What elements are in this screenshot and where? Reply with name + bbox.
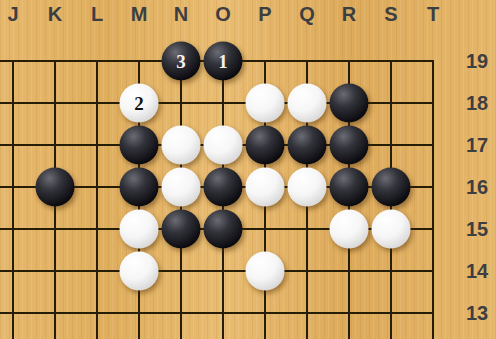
move-number-label: 3 (176, 52, 186, 71)
stone-white-p16[interactable] (246, 168, 285, 207)
row-label-19: 19 (466, 50, 488, 73)
column-label-q: Q (299, 3, 315, 26)
stone-black-m16[interactable] (120, 168, 159, 207)
stone-black-n19[interactable]: 3 (162, 42, 201, 81)
grid-line-row-14 (0, 270, 434, 272)
stone-white-n17[interactable] (162, 126, 201, 165)
column-label-s: S (384, 3, 397, 26)
stone-white-q16[interactable] (288, 168, 327, 207)
stone-white-q18[interactable] (288, 84, 327, 123)
column-label-n: N (174, 3, 188, 26)
move-number-label: 1 (218, 52, 228, 71)
stone-black-q17[interactable] (288, 126, 327, 165)
row-label-17: 17 (466, 134, 488, 157)
stone-white-m15[interactable] (120, 210, 159, 249)
stone-black-n15[interactable] (162, 210, 201, 249)
stone-white-r15[interactable] (330, 210, 369, 249)
column-label-o: O (215, 3, 231, 26)
stone-black-o16[interactable] (204, 168, 243, 207)
stone-black-m17[interactable] (120, 126, 159, 165)
grid-line-col-l (96, 60, 98, 339)
row-label-14: 14 (466, 260, 488, 283)
column-label-j: J (7, 3, 18, 26)
column-label-r: R (342, 3, 356, 26)
row-label-15: 15 (466, 218, 488, 241)
stone-white-p18[interactable] (246, 84, 285, 123)
stone-black-s16[interactable] (372, 168, 411, 207)
stone-black-o15[interactable] (204, 210, 243, 249)
stone-white-m14[interactable] (120, 252, 159, 291)
stone-white-o17[interactable] (204, 126, 243, 165)
stone-black-r18[interactable] (330, 84, 369, 123)
column-label-t: T (427, 3, 439, 26)
stone-black-r17[interactable] (330, 126, 369, 165)
move-number-label: 2 (134, 94, 144, 113)
grid-line-row-13 (0, 312, 434, 314)
go-board-screenshot: JKLMNOPQRST19181716151413312 (0, 0, 496, 339)
column-label-m: M (131, 3, 148, 26)
stone-black-o19[interactable]: 1 (204, 42, 243, 81)
grid-line-col-j (12, 60, 14, 339)
stone-white-p14[interactable] (246, 252, 285, 291)
row-label-16: 16 (466, 176, 488, 199)
column-label-k: K (48, 3, 62, 26)
stone-white-n16[interactable] (162, 168, 201, 207)
stone-white-m18[interactable]: 2 (120, 84, 159, 123)
stone-white-s15[interactable] (372, 210, 411, 249)
grid-line-col-t (432, 60, 434, 339)
grid-line-row-18 (0, 102, 434, 104)
stone-black-p17[interactable] (246, 126, 285, 165)
column-label-l: L (91, 3, 103, 26)
stone-black-k16[interactable] (36, 168, 75, 207)
row-label-18: 18 (466, 92, 488, 115)
row-label-13: 13 (466, 302, 488, 325)
column-label-p: P (258, 3, 271, 26)
stone-black-r16[interactable] (330, 168, 369, 207)
